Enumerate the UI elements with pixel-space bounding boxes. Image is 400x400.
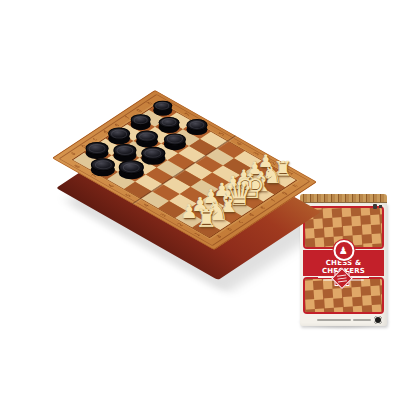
file-label: f [271,199,278,203]
age-warning-badge [374,316,382,324]
file-label: h [292,184,300,189]
file-label: d [248,213,256,218]
starburst-badge [332,269,351,288]
file-label: g [135,108,143,113]
file-label: a [215,235,223,240]
file-label: h [146,101,154,106]
file-label: e [113,122,121,127]
file-label: f [124,116,131,120]
file-label: b [226,227,234,232]
box-bottom-strip [303,316,384,324]
file-label: d [102,130,110,135]
file-label: b [80,144,88,149]
box-front-panel: ♟ CHESS & CHECKERS [300,203,387,326]
brand-circle-badge: ♟ [333,240,354,261]
file-label: a [69,151,77,156]
file-label: g [281,191,289,196]
fine-print-line [317,319,351,321]
file-label: e [259,206,267,211]
brand-pawn-icon: ♟ [339,246,348,256]
box-top-edge [300,194,387,203]
file-label: c [237,220,245,225]
fine-print-line [353,319,371,321]
age-grade-mark [373,204,382,209]
product-photo: ♟ CHESS & CHECKERS aa88bb77cc66dd55ee44f… [0,0,400,400]
file-label: c [91,137,99,142]
